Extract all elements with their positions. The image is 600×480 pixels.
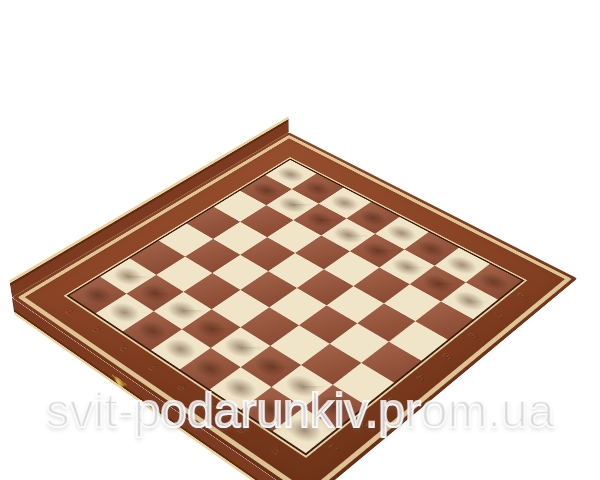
chess-board: abcdefgh 12345678 ♜♞♝♛♚♝♞♜♟♟♟♟♟♟♟♟♟♟♟♟♟♟… bbox=[12, 132, 577, 480]
brass-clasp-icon bbox=[114, 375, 125, 389]
finial-icon bbox=[400, 134, 404, 146]
white-rook-glyph: ♜ bbox=[271, 359, 338, 433]
chess-set-photo: abcdefgh 12345678 ♜♞♝♛♚♝♞♜♟♟♟♟♟♟♟♟♟♟♟♟♟♟… bbox=[0, 0, 600, 480]
black-pawn-glyph: ♟ bbox=[446, 251, 493, 304]
finial-icon bbox=[208, 257, 212, 271]
